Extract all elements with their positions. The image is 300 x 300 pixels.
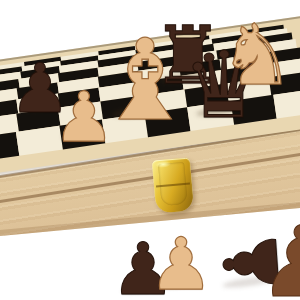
white-pawn-front[interactable]: ♟ bbox=[149, 228, 214, 300]
partial-pawn-edge[interactable]: ♟ bbox=[258, 213, 300, 300]
brass-clasp-icon bbox=[152, 157, 194, 213]
white-knight[interactable]: ♞ bbox=[219, 13, 294, 97]
chess-box-photo: ♟ ♟ ♝ ♜ ♛ ♞ ♟ ♟ ♟ ♟ bbox=[0, 0, 300, 300]
